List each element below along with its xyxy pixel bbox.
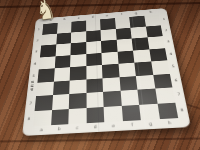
coordinate-label: b bbox=[50, 124, 68, 134]
coordinate-label: 2 bbox=[33, 35, 42, 47]
square-c8 bbox=[68, 108, 86, 125]
square-b6 bbox=[53, 80, 70, 95]
coordinate-label: h bbox=[159, 118, 180, 129]
coordinate-label: 1 bbox=[159, 14, 170, 25]
coordinate-label: c bbox=[68, 123, 86, 133]
square-e7 bbox=[103, 91, 121, 107]
square-a6 bbox=[36, 81, 53, 96]
square-c7 bbox=[69, 93, 86, 109]
square-d6 bbox=[86, 78, 103, 93]
square-b5 bbox=[53, 67, 70, 81]
square-f8 bbox=[121, 104, 141, 121]
coordinate-label: 3 bbox=[31, 46, 41, 58]
square-e5 bbox=[102, 64, 119, 78]
square-g6 bbox=[136, 75, 155, 90]
coordinate-label: b bbox=[57, 16, 71, 23]
square-g7 bbox=[137, 89, 157, 105]
coordinate-label: d bbox=[86, 14, 100, 21]
coordinate-label: 6 bbox=[170, 73, 183, 88]
photo-scene: abcdefgh abcdefgh 12345678 12345678 ♞ bbox=[0, 0, 200, 150]
coordinate-label: e bbox=[100, 12, 115, 19]
coordinate-label: 3 bbox=[163, 35, 174, 47]
square-a5 bbox=[37, 68, 54, 82]
board-grid bbox=[33, 14, 178, 126]
square-f5 bbox=[118, 63, 136, 77]
coordinate-label: 2 bbox=[161, 24, 172, 36]
square-c6 bbox=[69, 79, 86, 94]
coordinate-label: 4 bbox=[30, 57, 40, 70]
coordinate-label: d bbox=[86, 122, 104, 132]
coordinate-label: 7 bbox=[25, 96, 36, 111]
wood-plank-seam bbox=[0, 2, 200, 8]
coordinate-label: 4 bbox=[165, 47, 177, 60]
square-g5 bbox=[134, 61, 152, 75]
square-c5 bbox=[70, 66, 86, 80]
coordinate-label: 5 bbox=[167, 60, 179, 74]
wood-plank-seam bbox=[0, 138, 200, 142]
coordinate-label: f bbox=[114, 11, 129, 18]
square-e6 bbox=[102, 77, 120, 92]
square-g8 bbox=[139, 103, 159, 120]
square-d5 bbox=[86, 65, 103, 79]
piece-white-knight: ♞ bbox=[35, 0, 57, 25]
square-e8 bbox=[104, 105, 123, 122]
square-f6 bbox=[119, 76, 137, 91]
coordinate-label: g bbox=[129, 10, 144, 17]
square-f7 bbox=[120, 90, 139, 106]
square-d8 bbox=[86, 107, 104, 124]
coordinate-label: h bbox=[143, 9, 159, 16]
coordinate-label: f bbox=[122, 120, 141, 130]
square-b8 bbox=[51, 109, 69, 126]
square-a8 bbox=[33, 110, 52, 127]
coordinate-label: a bbox=[32, 125, 50, 135]
coordinate-label: c bbox=[71, 15, 85, 22]
chess-board: abcdefgh abcdefgh 12345678 12345678 bbox=[22, 8, 191, 136]
square-a7 bbox=[35, 95, 53, 111]
square-d7 bbox=[86, 92, 104, 108]
coordinate-label: e bbox=[104, 121, 123, 131]
square-b7 bbox=[52, 94, 70, 110]
coordinate-label: 8 bbox=[23, 111, 35, 127]
wood-plank-seam bbox=[187, 103, 200, 114]
coordinate-label: g bbox=[141, 119, 161, 129]
coordinate-label: 7 bbox=[172, 87, 185, 102]
